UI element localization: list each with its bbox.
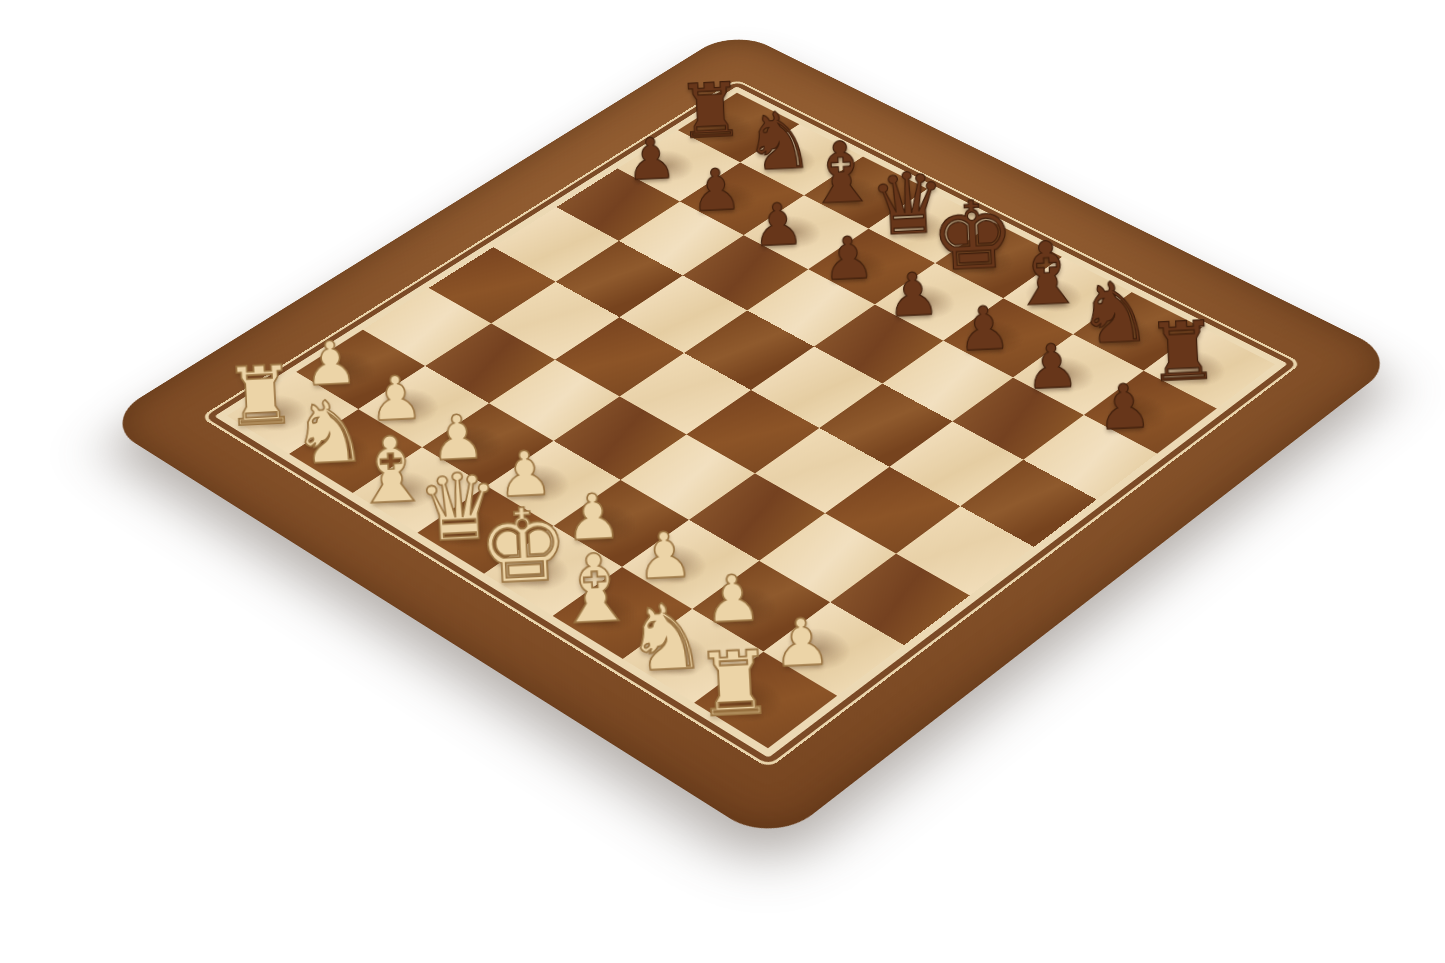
piece-black-bishop[interactable]: ♝ [795,129,886,217]
square-b8[interactable]: ♞ [740,124,862,195]
piece-shadow [808,237,910,297]
square-c5[interactable] [619,275,747,353]
piece-black-pawn[interactable]: ♟ [867,263,960,326]
piece-white-rook[interactable]: ♜ [683,639,788,731]
square-c6[interactable] [682,235,809,311]
square-a7[interactable]: ♟ [618,130,740,201]
piece-black-pawn[interactable]: ♟ [730,193,826,255]
piece-shadow [677,100,774,155]
board-frame: ♜♞♝♛♚♝♞♜♟♟♟♟♟♟♟♟♟♟♟♟♟♟♟♟♜♞♝♛♚♝♞♜ [101,29,1401,845]
piece-black-pawn[interactable]: ♟ [1078,374,1171,439]
piece-shadow [868,197,969,256]
board-3d-plane: ♜♞♝♛♚♝♞♜♟♟♟♟♟♟♟♟♟♟♟♟♟♟♟♟♜♞♝♛♚♝♞♜ [101,29,1401,845]
square-e7[interactable]: ♟ [875,263,1003,340]
scene: ♜♞♝♛♚♝♞♜♟♟♟♟♟♟♟♟♟♟♟♟♟♟♟♟♜♞♝♛♚♝♞♜ [0,0,1445,963]
square-f8[interactable]: ♝ [1003,257,1131,334]
square-c3[interactable] [489,359,620,440]
piece-black-pawn[interactable]: ♟ [804,227,894,289]
piece-shadow [617,138,715,194]
piece-black-bishop[interactable]: ♝ [1001,229,1092,320]
square-c4[interactable] [555,317,685,396]
piece-black-pawn[interactable]: ♟ [606,128,696,189]
piece-shadow [1002,265,1105,326]
board-inlay-border: ♜♞♝♛♚♝♞♜♟♟♟♟♟♟♟♟♟♟♟♟♟♟♟♟♜♞♝♛♚♝♞♜ [214,86,1288,757]
square-d5[interactable] [684,311,814,390]
piece-shadow [934,231,1036,291]
piece-shadow [874,271,977,332]
square-b4[interactable] [491,282,619,360]
square-b3[interactable] [425,323,555,403]
square-c7[interactable]: ♟ [744,195,869,269]
piece-black-pawn[interactable]: ♟ [670,159,763,220]
piece-shadow [743,203,843,262]
piece-black-knight[interactable]: ♞ [735,100,823,183]
piece-black-rook[interactable]: ♜ [664,72,757,151]
square-b5[interactable] [556,241,683,317]
square-e6[interactable] [814,304,944,383]
square-d8[interactable]: ♛ [869,189,994,263]
square-a8[interactable]: ♜ [678,93,799,162]
square-b7[interactable]: ♟ [680,162,804,235]
square-c8[interactable]: ♝ [804,156,928,228]
piece-black-king[interactable]: ♚ [924,187,1021,285]
piece-shadow [679,170,778,228]
square-b6[interactable] [618,201,743,275]
square-a3[interactable] [363,288,491,366]
piece-shadow [803,164,902,222]
chess-board: ♜♞♝♛♚♝♞♜♟♟♟♟♟♟♟♟♟♟♟♟♟♟♟♟♜♞♝♛♚♝♞♜ [227,93,1275,748]
square-a6[interactable] [556,168,680,241]
square-a5[interactable] [493,207,618,281]
square-d7[interactable]: ♟ [809,229,936,305]
piece-black-queen[interactable]: ♛ [861,160,955,249]
board-tilt-wrapper: ♜♞♝♛♚♝♞♜♟♟♟♟♟♟♟♟♟♟♟♟♟♟♟♟♜♞♝♛♚♝♞♜ [269,0,1233,872]
piece-shadow [739,132,837,188]
square-d6[interactable] [747,269,875,346]
square-a4[interactable] [429,247,556,323]
square-e8[interactable]: ♚ [935,223,1062,299]
